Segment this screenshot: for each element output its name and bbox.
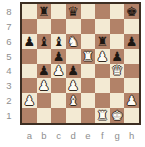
square-b5[interactable] xyxy=(37,49,52,64)
white-pawn-a2[interactable]: ♟ xyxy=(23,94,35,107)
square-c1[interactable] xyxy=(51,108,66,123)
square-h4[interactable] xyxy=(124,64,139,79)
rank-label-3: 3 xyxy=(0,78,18,93)
rank-label-6: 6 xyxy=(0,34,18,49)
square-c4[interactable]: ♟ xyxy=(51,64,66,79)
square-c7[interactable] xyxy=(51,19,66,34)
square-a6[interactable]: ♟ xyxy=(22,34,37,49)
rank-label-5: 5 xyxy=(0,49,18,64)
rank-label-4: 4 xyxy=(0,64,18,79)
square-d2[interactable]: ♝ xyxy=(66,93,81,108)
white-bishop-d2[interactable]: ♝ xyxy=(67,94,79,107)
square-c6[interactable]: ♝ xyxy=(51,34,66,49)
square-b7[interactable] xyxy=(37,19,52,34)
black-pawn-g5[interactable]: ♟ xyxy=(111,49,123,62)
square-e3[interactable] xyxy=(81,78,96,93)
square-g8[interactable] xyxy=(110,4,125,19)
square-g3[interactable] xyxy=(110,78,125,93)
square-h3[interactable] xyxy=(124,78,139,93)
square-b4[interactable]: ♟ xyxy=(37,64,52,79)
file-label-b: b xyxy=(37,125,52,145)
square-h5[interactable] xyxy=(124,49,139,64)
square-f8[interactable] xyxy=(95,4,110,19)
square-e8[interactable] xyxy=(81,4,96,19)
white-rook-e5[interactable]: ♜ xyxy=(82,49,94,62)
square-f2[interactable] xyxy=(95,93,110,108)
square-d1[interactable] xyxy=(66,108,81,123)
chess-board[interactable]: ♜♛♚♟♝♝♞♜♟♟♜♟♟♟♟♟♛♟♟♟♝♟♜♚ xyxy=(20,2,141,125)
white-pawn-f5[interactable]: ♟ xyxy=(97,49,109,62)
square-a4[interactable] xyxy=(22,64,37,79)
square-f4[interactable] xyxy=(95,64,110,79)
square-g5[interactable]: ♟ xyxy=(110,49,125,64)
square-g4[interactable]: ♛ xyxy=(110,64,125,79)
white-pawn-d3[interactable]: ♟ xyxy=(67,79,79,92)
square-a2[interactable]: ♟ xyxy=(22,93,37,108)
file-label-e: e xyxy=(81,125,96,145)
square-a5[interactable] xyxy=(22,49,37,64)
square-b2[interactable] xyxy=(37,93,52,108)
file-label-g: g xyxy=(110,125,125,145)
square-g2[interactable] xyxy=(110,93,125,108)
rank-label-7: 7 xyxy=(0,19,18,34)
square-d5[interactable] xyxy=(66,49,81,64)
rank-label-8: 8 xyxy=(0,4,18,19)
square-e4[interactable] xyxy=(81,64,96,79)
file-labels: abcdefgh xyxy=(22,125,139,145)
square-d7[interactable] xyxy=(66,19,81,34)
square-b8[interactable]: ♜ xyxy=(37,4,52,19)
white-knight-d6[interactable]: ♞ xyxy=(67,34,79,47)
square-f5[interactable]: ♟ xyxy=(95,49,110,64)
white-pawn-c4[interactable]: ♟ xyxy=(53,64,65,77)
square-a3[interactable] xyxy=(22,78,37,93)
black-bishop-b6[interactable]: ♝ xyxy=(38,34,50,47)
black-bishop-c6[interactable]: ♝ xyxy=(53,34,65,47)
square-c3[interactable] xyxy=(51,78,66,93)
black-rook-f6[interactable]: ♜ xyxy=(97,34,109,47)
square-f7[interactable] xyxy=(95,19,110,34)
square-h2[interactable]: ♟ xyxy=(124,93,139,108)
black-pawn-h6[interactable]: ♟ xyxy=(126,34,138,47)
white-pawn-h2[interactable]: ♟ xyxy=(126,94,138,107)
square-a1[interactable] xyxy=(22,108,37,123)
square-e7[interactable] xyxy=(81,19,96,34)
square-g6[interactable] xyxy=(110,34,125,49)
square-c5[interactable]: ♟ xyxy=(51,49,66,64)
black-queen-d8[interactable]: ♛ xyxy=(67,4,79,17)
square-f3[interactable] xyxy=(95,78,110,93)
square-h1[interactable] xyxy=(124,108,139,123)
square-c2[interactable] xyxy=(51,93,66,108)
square-c8[interactable] xyxy=(51,4,66,19)
square-e6[interactable] xyxy=(81,34,96,49)
square-g7[interactable] xyxy=(110,19,125,34)
square-f1[interactable]: ♜ xyxy=(95,108,110,123)
square-b1[interactable] xyxy=(37,108,52,123)
black-pawn-c5[interactable]: ♟ xyxy=(53,49,65,62)
rank-label-2: 2 xyxy=(0,93,18,108)
square-a7[interactable] xyxy=(22,19,37,34)
square-b6[interactable]: ♝ xyxy=(37,34,52,49)
black-pawn-b4[interactable]: ♟ xyxy=(38,64,50,77)
rank-label-1: 1 xyxy=(0,108,18,123)
white-queen-g4[interactable]: ♛ xyxy=(111,64,123,77)
square-b3[interactable]: ♟ xyxy=(37,78,52,93)
chess-diagram: 87654321 ♜♛♚♟♝♝♞♜♟♟♜♟♟♟♟♟♛♟♟♟♝♟♜♚ abcdef… xyxy=(0,0,145,147)
white-pawn-b3[interactable]: ♟ xyxy=(38,79,50,92)
square-g1[interactable]: ♚ xyxy=(110,108,125,123)
rank-labels: 87654321 xyxy=(0,4,18,123)
square-h6[interactable]: ♟ xyxy=(124,34,139,49)
file-label-f: f xyxy=(95,125,110,145)
square-d6[interactable]: ♞ xyxy=(66,34,81,49)
black-pawn-d4[interactable]: ♟ xyxy=(67,64,79,77)
black-king-h8[interactable]: ♚ xyxy=(126,4,138,17)
square-h8[interactable]: ♚ xyxy=(124,4,139,19)
black-rook-b8[interactable]: ♜ xyxy=(38,4,50,17)
square-d4[interactable]: ♟ xyxy=(66,64,81,79)
square-d8[interactable]: ♛ xyxy=(66,4,81,19)
square-e2[interactable] xyxy=(81,93,96,108)
file-label-c: c xyxy=(51,125,66,145)
white-king-g1[interactable]: ♚ xyxy=(111,109,123,122)
file-label-h: h xyxy=(124,125,139,145)
white-rook-f1[interactable]: ♜ xyxy=(97,109,109,122)
square-d3[interactable]: ♟ xyxy=(66,78,81,93)
black-pawn-a6[interactable]: ♟ xyxy=(23,34,35,47)
file-label-a: a xyxy=(22,125,37,145)
square-e5[interactable]: ♜ xyxy=(81,49,96,64)
square-f6[interactable]: ♜ xyxy=(95,34,110,49)
square-h7[interactable] xyxy=(124,19,139,34)
file-label-d: d xyxy=(66,125,81,145)
square-e1[interactable] xyxy=(81,108,96,123)
square-a8[interactable] xyxy=(22,4,37,19)
